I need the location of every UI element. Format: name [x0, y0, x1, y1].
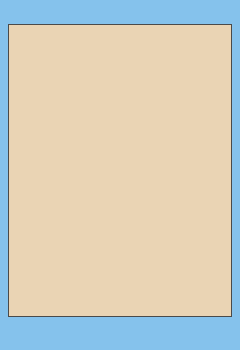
board-grid [0, 0, 240, 350]
xiangqi-puzzle-view [0, 0, 240, 350]
footer-bar [0, 329, 240, 347]
